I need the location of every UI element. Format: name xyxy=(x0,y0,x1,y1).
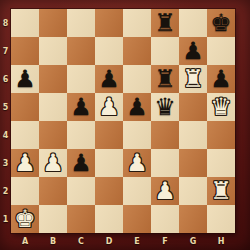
chess-board[interactable]: ♜♚♟♟♟♜♜♟♟♟♟♛♛♟♟♟♟♟♜♚ xyxy=(11,9,235,233)
file-label-h: H xyxy=(207,233,235,250)
square-c1[interactable] xyxy=(67,205,95,233)
square-c7[interactable] xyxy=(67,37,95,65)
piece-white-pawn[interactable]: ♟ xyxy=(123,149,151,177)
piece-white-pawn[interactable]: ♟ xyxy=(151,177,179,205)
piece-black-pawn[interactable]: ♟ xyxy=(67,93,95,121)
square-d6[interactable]: ♟ xyxy=(95,65,123,93)
square-h5[interactable]: ♛ xyxy=(207,93,235,121)
square-a2[interactable] xyxy=(11,177,39,205)
square-f3[interactable] xyxy=(151,149,179,177)
file-labels: ABCDEFGH xyxy=(11,233,235,250)
square-h3[interactable] xyxy=(207,149,235,177)
rank-label-2: 2 xyxy=(0,177,11,205)
square-c2[interactable] xyxy=(67,177,95,205)
square-d8[interactable] xyxy=(95,9,123,37)
piece-black-pawn[interactable]: ♟ xyxy=(95,65,123,93)
rank-label-3: 3 xyxy=(0,149,11,177)
square-a8[interactable] xyxy=(11,9,39,37)
file-label-g: G xyxy=(179,233,207,250)
square-b6[interactable] xyxy=(39,65,67,93)
piece-white-pawn[interactable]: ♟ xyxy=(95,93,123,121)
square-g7[interactable]: ♟ xyxy=(179,37,207,65)
square-f7[interactable] xyxy=(151,37,179,65)
square-h7[interactable] xyxy=(207,37,235,65)
piece-black-pawn[interactable]: ♟ xyxy=(67,149,95,177)
square-e8[interactable] xyxy=(123,9,151,37)
square-f5[interactable]: ♛ xyxy=(151,93,179,121)
square-a3[interactable]: ♟ xyxy=(11,149,39,177)
square-b7[interactable] xyxy=(39,37,67,65)
square-b2[interactable] xyxy=(39,177,67,205)
piece-black-pawn[interactable]: ♟ xyxy=(207,65,235,93)
square-c5[interactable]: ♟ xyxy=(67,93,95,121)
square-h2[interactable]: ♜ xyxy=(207,177,235,205)
square-d2[interactable] xyxy=(95,177,123,205)
square-c4[interactable] xyxy=(67,121,95,149)
square-f6[interactable]: ♜ xyxy=(151,65,179,93)
square-g5[interactable] xyxy=(179,93,207,121)
square-b1[interactable] xyxy=(39,205,67,233)
piece-black-rook[interactable]: ♜ xyxy=(151,65,179,93)
square-b3[interactable]: ♟ xyxy=(39,149,67,177)
square-d3[interactable] xyxy=(95,149,123,177)
square-a7[interactable] xyxy=(11,37,39,65)
square-g4[interactable] xyxy=(179,121,207,149)
piece-black-pawn[interactable]: ♟ xyxy=(123,93,151,121)
file-label-a: A xyxy=(11,233,39,250)
file-label-d: D xyxy=(95,233,123,250)
square-e3[interactable]: ♟ xyxy=(123,149,151,177)
rank-label-7: 7 xyxy=(0,37,11,65)
square-e6[interactable] xyxy=(123,65,151,93)
rank-label-8: 8 xyxy=(0,9,11,37)
square-h8[interactable]: ♚ xyxy=(207,9,235,37)
square-a4[interactable] xyxy=(11,121,39,149)
rank-label-1: 1 xyxy=(0,205,11,233)
square-b5[interactable] xyxy=(39,93,67,121)
square-f4[interactable] xyxy=(151,121,179,149)
piece-black-king[interactable]: ♚ xyxy=(207,9,235,37)
file-label-c: C xyxy=(67,233,95,250)
square-h6[interactable]: ♟ xyxy=(207,65,235,93)
square-a6[interactable]: ♟ xyxy=(11,65,39,93)
piece-white-pawn[interactable]: ♟ xyxy=(11,149,39,177)
square-c8[interactable] xyxy=(67,9,95,37)
piece-black-rook[interactable]: ♜ xyxy=(151,9,179,37)
piece-white-rook[interactable]: ♜ xyxy=(179,65,207,93)
rank-label-5: 5 xyxy=(0,93,11,121)
square-d7[interactable] xyxy=(95,37,123,65)
square-a5[interactable] xyxy=(11,93,39,121)
square-b8[interactable] xyxy=(39,9,67,37)
square-d1[interactable] xyxy=(95,205,123,233)
rank-label-6: 6 xyxy=(0,65,11,93)
square-c6[interactable] xyxy=(67,65,95,93)
square-e2[interactable] xyxy=(123,177,151,205)
piece-black-pawn[interactable]: ♟ xyxy=(179,37,207,65)
square-e1[interactable] xyxy=(123,205,151,233)
file-label-f: F xyxy=(151,233,179,250)
piece-black-queen[interactable]: ♛ xyxy=(151,93,179,121)
square-c3[interactable]: ♟ xyxy=(67,149,95,177)
square-g1[interactable] xyxy=(179,205,207,233)
square-a1[interactable]: ♚ xyxy=(11,205,39,233)
square-e7[interactable] xyxy=(123,37,151,65)
rank-labels: 87654321 xyxy=(0,9,11,233)
square-h1[interactable] xyxy=(207,205,235,233)
chess-board-frame: 87654321 ♜♚♟♟♟♜♜♟♟♟♟♛♛♟♟♟♟♟♜♚ ABCDEFGH xyxy=(0,0,250,250)
square-f1[interactable] xyxy=(151,205,179,233)
piece-white-rook[interactable]: ♜ xyxy=(207,177,235,205)
piece-white-king[interactable]: ♚ xyxy=(11,205,39,233)
square-e5[interactable]: ♟ xyxy=(123,93,151,121)
file-label-b: B xyxy=(39,233,67,250)
square-h4[interactable] xyxy=(207,121,235,149)
square-f2[interactable]: ♟ xyxy=(151,177,179,205)
piece-white-queen[interactable]: ♛ xyxy=(207,93,235,121)
square-g2[interactable] xyxy=(179,177,207,205)
square-d4[interactable] xyxy=(95,121,123,149)
square-g3[interactable] xyxy=(179,149,207,177)
square-g6[interactable]: ♜ xyxy=(179,65,207,93)
file-label-e: E xyxy=(123,233,151,250)
square-b4[interactable] xyxy=(39,121,67,149)
square-f8[interactable]: ♜ xyxy=(151,9,179,37)
square-g8[interactable] xyxy=(179,9,207,37)
square-e4[interactable] xyxy=(123,121,151,149)
rank-label-4: 4 xyxy=(0,121,11,149)
piece-black-pawn[interactable]: ♟ xyxy=(11,65,39,93)
square-d5[interactable]: ♟ xyxy=(95,93,123,121)
piece-white-pawn[interactable]: ♟ xyxy=(39,149,67,177)
